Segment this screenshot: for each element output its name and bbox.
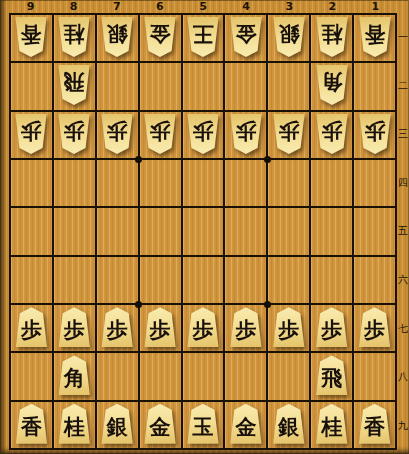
square-56[interactable] xyxy=(183,257,224,303)
piece-kanji: 桂 xyxy=(321,415,342,439)
square-12[interactable] xyxy=(354,63,395,109)
rank-label-7: 七 xyxy=(397,304,409,353)
square-76[interactable] xyxy=(97,257,138,303)
square-58[interactable] xyxy=(183,353,224,399)
square-38[interactable] xyxy=(268,353,309,399)
piece-kanji: 歩 xyxy=(107,318,128,342)
square-91[interactable]: 香 xyxy=(11,15,52,61)
square-92[interactable] xyxy=(11,63,52,109)
square-53[interactable]: 歩 xyxy=(183,112,224,158)
piece-kanji: 香 xyxy=(21,415,42,439)
koma-tile: 歩 xyxy=(229,114,263,154)
board-grid: 香桂銀金王金銀桂香飛角歩歩歩歩歩歩歩歩歩歩歩歩歩歩歩歩歩歩角飛香桂銀金玉金銀桂香 xyxy=(11,15,395,448)
file-label-6: 6 xyxy=(138,0,181,13)
piece-pawn-gote[interactable]: 歩 xyxy=(229,114,263,154)
piece-kanji: 歩 xyxy=(235,318,256,342)
square-47[interactable]: 歩 xyxy=(225,305,266,351)
piece-kanji: 歩 xyxy=(235,119,256,143)
piece-lance-sente[interactable]: 香 xyxy=(358,404,392,444)
piece-kanji: 歩 xyxy=(364,119,385,143)
file-label-4: 4 xyxy=(225,0,268,13)
square-34[interactable] xyxy=(268,160,309,206)
koma-tile: 玉 xyxy=(186,404,220,444)
square-32[interactable] xyxy=(268,63,309,109)
piece-pawn-sente[interactable]: 歩 xyxy=(186,307,220,347)
rank-label-6: 六 xyxy=(397,256,409,305)
piece-knight-gote[interactable]: 桂 xyxy=(315,17,349,57)
piece-pawn-gote[interactable]: 歩 xyxy=(186,114,220,154)
piece-king-sente[interactable]: 玉 xyxy=(186,404,220,444)
square-25[interactable] xyxy=(311,208,352,254)
koma-tile: 桂 xyxy=(57,17,91,57)
rank-label-2: 二 xyxy=(397,62,409,111)
koma-tile: 歩 xyxy=(100,114,134,154)
piece-gold-gote[interactable]: 金 xyxy=(143,17,177,57)
piece-pawn-gote[interactable]: 歩 xyxy=(14,114,48,154)
square-64[interactable] xyxy=(140,160,181,206)
piece-kanji: 歩 xyxy=(150,119,171,143)
square-61[interactable]: 金 xyxy=(140,15,181,61)
square-71[interactable]: 銀 xyxy=(97,15,138,61)
koma-tile: 歩 xyxy=(143,307,177,347)
square-99[interactable]: 香 xyxy=(11,402,52,448)
square-19[interactable]: 香 xyxy=(354,402,395,448)
square-68[interactable] xyxy=(140,353,181,399)
shogi-board[interactable]: 香桂銀金王金銀桂香飛角歩歩歩歩歩歩歩歩歩歩歩歩歩歩歩歩歩歩角飛香桂銀金玉金銀桂香 xyxy=(9,13,397,450)
square-77[interactable]: 歩 xyxy=(97,305,138,351)
piece-pawn-sente[interactable]: 歩 xyxy=(229,307,263,347)
koma-tile: 銀 xyxy=(272,17,306,57)
square-54[interactable] xyxy=(183,160,224,206)
square-51[interactable]: 王 xyxy=(183,15,224,61)
piece-kanji: 歩 xyxy=(192,119,213,143)
star-point-bottom-right xyxy=(264,301,271,308)
piece-kanji: 歩 xyxy=(64,318,85,342)
koma-tile: 歩 xyxy=(186,114,220,154)
rank-label-9: 九 xyxy=(397,401,409,450)
koma-tile: 香 xyxy=(14,404,48,444)
piece-silver-gote[interactable]: 銀 xyxy=(272,17,306,57)
piece-kanji: 桂 xyxy=(321,22,342,46)
piece-kanji: 金 xyxy=(235,415,256,439)
square-13[interactable]: 歩 xyxy=(354,112,395,158)
square-28[interactable]: 飛 xyxy=(311,353,352,399)
square-35[interactable] xyxy=(268,208,309,254)
square-41[interactable]: 金 xyxy=(225,15,266,61)
square-78[interactable] xyxy=(97,353,138,399)
piece-lance-sente[interactable]: 香 xyxy=(14,404,48,444)
piece-pawn-sente[interactable]: 歩 xyxy=(100,307,134,347)
square-96[interactable] xyxy=(11,257,52,303)
piece-kanji: 飛 xyxy=(321,366,342,390)
square-75[interactable] xyxy=(97,208,138,254)
piece-kanji: 桂 xyxy=(64,415,85,439)
square-87[interactable]: 歩 xyxy=(54,305,95,351)
square-59[interactable]: 玉 xyxy=(183,402,224,448)
square-33[interactable]: 歩 xyxy=(268,112,309,158)
file-label-8: 8 xyxy=(52,0,95,13)
piece-kanji: 金 xyxy=(150,415,171,439)
square-74[interactable] xyxy=(97,160,138,206)
piece-kanji: 角 xyxy=(321,70,342,94)
koma-tile: 香 xyxy=(14,17,48,57)
piece-pawn-gote[interactable]: 歩 xyxy=(143,114,177,154)
piece-pawn-gote[interactable]: 歩 xyxy=(57,114,91,154)
square-65[interactable] xyxy=(140,208,181,254)
piece-kanji: 歩 xyxy=(21,318,42,342)
piece-knight-gote[interactable]: 桂 xyxy=(57,17,91,57)
square-42[interactable] xyxy=(225,63,266,109)
koma-tile: 銀 xyxy=(272,404,306,444)
square-43[interactable]: 歩 xyxy=(225,112,266,158)
rank-label-8: 八 xyxy=(397,353,409,402)
square-62[interactable] xyxy=(140,63,181,109)
piece-kanji: 銀 xyxy=(107,415,128,439)
koma-tile: 歩 xyxy=(143,114,177,154)
piece-silver-sente[interactable]: 銀 xyxy=(272,404,306,444)
piece-kanji: 銀 xyxy=(107,22,128,46)
koma-tile: 香 xyxy=(358,404,392,444)
square-44[interactable] xyxy=(225,160,266,206)
square-15[interactable] xyxy=(354,208,395,254)
piece-gold-gote[interactable]: 金 xyxy=(229,17,263,57)
koma-tile: 歩 xyxy=(358,114,392,154)
rank-label-1: 一 xyxy=(397,13,409,62)
square-89[interactable]: 桂 xyxy=(54,402,95,448)
piece-pawn-sente[interactable]: 歩 xyxy=(358,307,392,347)
piece-lance-gote[interactable]: 香 xyxy=(14,17,48,57)
koma-tile: 歩 xyxy=(100,307,134,347)
koma-tile: 香 xyxy=(358,17,392,57)
koma-tile: 金 xyxy=(229,17,263,57)
piece-kanji: 香 xyxy=(21,22,42,46)
piece-kanji: 歩 xyxy=(321,119,342,143)
koma-tile: 歩 xyxy=(14,307,48,347)
square-45[interactable] xyxy=(225,208,266,254)
piece-kanji: 歩 xyxy=(150,318,171,342)
square-17[interactable]: 歩 xyxy=(354,305,395,351)
piece-kanji: 歩 xyxy=(64,119,85,143)
piece-silver-gote[interactable]: 銀 xyxy=(100,17,134,57)
piece-pawn-gote[interactable]: 歩 xyxy=(100,114,134,154)
square-52[interactable] xyxy=(183,63,224,109)
piece-kanji: 香 xyxy=(364,22,385,46)
square-98[interactable] xyxy=(11,353,52,399)
square-94[interactable] xyxy=(11,160,52,206)
koma-tile: 金 xyxy=(143,404,177,444)
square-83[interactable]: 歩 xyxy=(54,112,95,158)
rank-label-3: 三 xyxy=(397,110,409,159)
square-88[interactable]: 角 xyxy=(54,353,95,399)
square-22[interactable]: 角 xyxy=(311,63,352,109)
file-label-7: 7 xyxy=(95,0,138,13)
piece-kanji: 歩 xyxy=(278,318,299,342)
koma-tile: 銀 xyxy=(100,17,134,57)
piece-bishop-sente[interactable]: 角 xyxy=(57,355,91,395)
piece-knight-sente[interactable]: 桂 xyxy=(315,404,349,444)
piece-pawn-sente[interactable]: 歩 xyxy=(315,307,349,347)
piece-kanji: 飛 xyxy=(64,70,85,94)
square-31[interactable]: 銀 xyxy=(268,15,309,61)
square-23[interactable]: 歩 xyxy=(311,112,352,158)
square-67[interactable]: 歩 xyxy=(140,305,181,351)
file-label-3: 3 xyxy=(268,0,311,13)
square-29[interactable]: 桂 xyxy=(311,402,352,448)
rank-label-5: 五 xyxy=(397,207,409,256)
koma-tile: 歩 xyxy=(186,307,220,347)
piece-kanji: 王 xyxy=(192,22,213,46)
file-label-1: 1 xyxy=(354,0,397,13)
piece-gold-sente[interactable]: 金 xyxy=(229,404,263,444)
square-46[interactable] xyxy=(225,257,266,303)
koma-tile: 金 xyxy=(229,404,263,444)
square-69[interactable]: 金 xyxy=(140,402,181,448)
piece-pawn-sente[interactable]: 歩 xyxy=(143,307,177,347)
piece-rook-sente[interactable]: 飛 xyxy=(315,355,349,395)
piece-knight-sente[interactable]: 桂 xyxy=(57,404,91,444)
piece-pawn-sente[interactable]: 歩 xyxy=(14,307,48,347)
square-86[interactable] xyxy=(54,257,95,303)
square-72[interactable] xyxy=(97,63,138,109)
piece-kanji: 歩 xyxy=(21,119,42,143)
square-93[interactable]: 歩 xyxy=(11,112,52,158)
koma-tile: 桂 xyxy=(315,404,349,444)
square-81[interactable]: 桂 xyxy=(54,15,95,61)
piece-rook-gote[interactable]: 飛 xyxy=(57,65,91,105)
koma-tile: 金 xyxy=(143,17,177,57)
square-66[interactable] xyxy=(140,257,181,303)
rank-coordinate-labels: 一二三四五六七八九 xyxy=(397,13,409,450)
koma-tile: 角 xyxy=(57,355,91,395)
file-label-9: 9 xyxy=(9,0,52,13)
koma-tile: 王 xyxy=(186,17,220,57)
rank-label-4: 四 xyxy=(397,159,409,208)
star-point-bottom-left xyxy=(135,301,142,308)
koma-tile: 桂 xyxy=(315,17,349,57)
koma-tile: 飛 xyxy=(57,65,91,105)
piece-pawn-gote[interactable]: 歩 xyxy=(272,114,306,154)
piece-kanji: 歩 xyxy=(321,318,342,342)
koma-tile: 桂 xyxy=(57,404,91,444)
koma-tile: 角 xyxy=(315,65,349,105)
square-79[interactable]: 銀 xyxy=(97,402,138,448)
piece-kanji: 銀 xyxy=(278,415,299,439)
piece-kanji: 銀 xyxy=(278,22,299,46)
square-82[interactable]: 飛 xyxy=(54,63,95,109)
koma-tile: 歩 xyxy=(229,307,263,347)
file-label-5: 5 xyxy=(181,0,224,13)
square-11[interactable]: 香 xyxy=(354,15,395,61)
piece-kanji: 角 xyxy=(64,366,85,390)
square-18[interactable] xyxy=(354,353,395,399)
koma-tile: 歩 xyxy=(272,307,306,347)
koma-tile: 飛 xyxy=(315,355,349,395)
koma-tile: 銀 xyxy=(100,404,134,444)
piece-kanji: 歩 xyxy=(278,119,299,143)
square-24[interactable] xyxy=(311,160,352,206)
square-84[interactable] xyxy=(54,160,95,206)
piece-kanji: 歩 xyxy=(364,318,385,342)
square-14[interactable] xyxy=(354,160,395,206)
star-point-top-left xyxy=(135,156,142,163)
star-point-top-right xyxy=(264,156,271,163)
koma-tile: 歩 xyxy=(57,114,91,154)
piece-kanji: 玉 xyxy=(192,415,213,439)
koma-tile: 歩 xyxy=(14,114,48,154)
koma-tile: 歩 xyxy=(358,307,392,347)
koma-tile: 歩 xyxy=(315,307,349,347)
piece-pawn-sente[interactable]: 歩 xyxy=(57,307,91,347)
piece-king-gote[interactable]: 王 xyxy=(186,17,220,57)
square-21[interactable]: 桂 xyxy=(311,15,352,61)
square-16[interactable] xyxy=(354,257,395,303)
piece-lance-gote[interactable]: 香 xyxy=(358,17,392,57)
square-97[interactable]: 歩 xyxy=(11,305,52,351)
koma-tile: 歩 xyxy=(57,307,91,347)
piece-kanji: 金 xyxy=(150,22,171,46)
piece-gold-sente[interactable]: 金 xyxy=(143,404,177,444)
piece-kanji: 香 xyxy=(364,415,385,439)
square-37[interactable]: 歩 xyxy=(268,305,309,351)
square-95[interactable] xyxy=(11,208,52,254)
piece-silver-sente[interactable]: 銀 xyxy=(100,404,134,444)
square-26[interactable] xyxy=(311,257,352,303)
piece-kanji: 歩 xyxy=(192,318,213,342)
square-48[interactable] xyxy=(225,353,266,399)
file-label-2: 2 xyxy=(311,0,354,13)
piece-kanji: 桂 xyxy=(64,22,85,46)
piece-pawn-sente[interactable]: 歩 xyxy=(272,307,306,347)
square-63[interactable]: 歩 xyxy=(140,112,181,158)
koma-tile: 歩 xyxy=(272,114,306,154)
piece-kanji: 金 xyxy=(235,22,256,46)
square-85[interactable] xyxy=(54,208,95,254)
square-27[interactable]: 歩 xyxy=(311,305,352,351)
square-39[interactable]: 銀 xyxy=(268,402,309,448)
piece-pawn-gote[interactable]: 歩 xyxy=(358,114,392,154)
piece-kanji: 歩 xyxy=(107,119,128,143)
square-57[interactable]: 歩 xyxy=(183,305,224,351)
square-49[interactable]: 金 xyxy=(225,402,266,448)
piece-pawn-gote[interactable]: 歩 xyxy=(315,114,349,154)
shogi-app-window: 987654321 一二三四五六七八九 香桂銀金王金銀桂香飛角歩歩歩歩歩歩歩歩歩… xyxy=(0,0,409,454)
piece-bishop-gote[interactable]: 角 xyxy=(315,65,349,105)
file-coordinate-labels: 987654321 xyxy=(9,0,397,13)
square-36[interactable] xyxy=(268,257,309,303)
koma-tile: 歩 xyxy=(315,114,349,154)
square-55[interactable] xyxy=(183,208,224,254)
square-73[interactable]: 歩 xyxy=(97,112,138,158)
